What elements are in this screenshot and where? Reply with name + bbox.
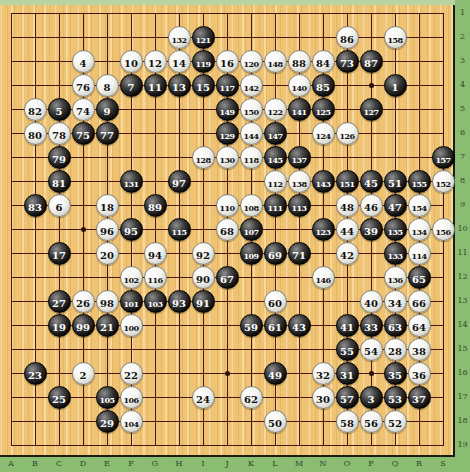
move-number: 64 [412, 322, 426, 333]
stone-54[interactable]: 54 [360, 338, 383, 361]
move-number: 16 [220, 58, 234, 69]
move-number: 149 [220, 107, 235, 117]
row-label-4: 4 [456, 80, 469, 90]
stone-135[interactable]: 135 [384, 218, 407, 241]
stone-111[interactable]: 111 [264, 194, 287, 217]
stone-85[interactable]: 85 [312, 74, 335, 97]
col-label-P: P [364, 459, 378, 468]
move-number: 11 [148, 82, 162, 93]
stone-17[interactable]: 17 [48, 242, 71, 265]
stone-103[interactable]: 103 [144, 290, 167, 313]
stone-13[interactable]: 13 [168, 74, 191, 97]
move-number: 128 [196, 155, 211, 165]
stone-78[interactable]: 78 [48, 122, 71, 145]
stone-16[interactable]: 16 [216, 50, 239, 73]
stone-95[interactable]: 95 [120, 218, 143, 241]
stone-80[interactable]: 80 [24, 122, 47, 145]
stone-123[interactable]: 123 [312, 218, 335, 241]
move-number: 51 [388, 178, 402, 189]
move-number: 101 [124, 299, 139, 309]
move-number: 138 [292, 179, 307, 189]
move-number: 156 [436, 227, 451, 237]
stone-109[interactable]: 109 [240, 242, 263, 265]
stone-3[interactable]: 3 [360, 386, 383, 409]
move-number: 45 [364, 178, 378, 189]
stone-20[interactable]: 20 [96, 242, 119, 265]
move-number: 111 [268, 203, 283, 213]
move-number: 19 [52, 322, 66, 333]
move-number: 85 [316, 82, 330, 93]
move-number: 80 [28, 130, 42, 141]
move-number: 15 [196, 82, 210, 93]
stone-34[interactable]: 34 [384, 290, 407, 313]
col-label-H: H [172, 459, 186, 468]
row-label-13: 13 [456, 296, 469, 306]
move-number: 143 [316, 179, 331, 189]
stone-106[interactable]: 106 [120, 386, 143, 409]
stone-39[interactable]: 39 [360, 218, 383, 241]
move-number: 132 [172, 35, 187, 45]
stone-69[interactable]: 69 [264, 242, 287, 265]
move-number: 97 [172, 178, 186, 189]
stone-58[interactable]: 58 [336, 410, 359, 433]
stone-50[interactable]: 50 [264, 410, 287, 433]
stone-124[interactable]: 124 [312, 122, 335, 145]
move-number: 151 [340, 179, 355, 189]
stone-14[interactable]: 14 [168, 50, 191, 73]
stone-97[interactable]: 97 [168, 170, 191, 193]
stone-149[interactable]: 149 [216, 98, 239, 121]
move-number: 123 [316, 227, 331, 237]
move-number: 6 [56, 202, 63, 213]
move-number: 100 [124, 323, 139, 333]
stone-117[interactable]: 117 [216, 74, 239, 97]
stone-132[interactable]: 132 [168, 26, 191, 49]
stone-89[interactable]: 89 [144, 194, 167, 217]
stone-122[interactable]: 122 [264, 98, 287, 121]
move-number: 39 [364, 226, 378, 237]
move-number: 46 [364, 202, 378, 213]
move-number: 41 [340, 322, 354, 333]
stone-26[interactable]: 26 [72, 290, 95, 313]
stone-64[interactable]: 64 [408, 314, 431, 337]
move-number: 114 [412, 251, 427, 261]
move-number: 155 [412, 179, 427, 189]
col-label-J: J [220, 459, 234, 468]
stone-98[interactable]: 98 [96, 290, 119, 313]
col-label-E: E [100, 459, 114, 468]
stone-27[interactable]: 27 [48, 290, 71, 313]
move-number: 71 [292, 250, 306, 261]
move-number: 57 [340, 394, 354, 405]
stone-31[interactable]: 31 [336, 362, 359, 385]
move-number: 4 [80, 58, 87, 69]
move-number: 109 [244, 251, 259, 261]
stone-55[interactable]: 55 [336, 338, 359, 361]
stone-142[interactable]: 142 [240, 74, 263, 97]
move-number: 40 [364, 298, 378, 309]
stone-38[interactable]: 38 [408, 338, 431, 361]
stone-138[interactable]: 138 [288, 170, 311, 193]
move-number: 58 [340, 418, 354, 429]
stone-60[interactable]: 60 [264, 290, 287, 313]
stone-99[interactable]: 99 [72, 314, 95, 337]
stone-8[interactable]: 8 [96, 74, 119, 97]
stone-92[interactable]: 92 [192, 242, 215, 265]
col-label-N: N [316, 459, 330, 468]
move-number: 83 [28, 202, 42, 213]
stone-21[interactable]: 21 [96, 314, 119, 337]
move-number: 117 [220, 83, 235, 93]
stone-4[interactable]: 4 [72, 50, 95, 73]
stone-29[interactable]: 29 [96, 410, 119, 433]
move-number: 113 [292, 203, 307, 213]
move-number: 38 [412, 346, 426, 357]
col-label-O: O [340, 459, 354, 468]
move-number: 27 [52, 298, 66, 309]
stone-24[interactable]: 24 [192, 386, 215, 409]
move-number: 17 [52, 250, 66, 261]
stone-144[interactable]: 144 [240, 122, 263, 145]
stone-48[interactable]: 48 [336, 194, 359, 217]
row-label-12: 12 [456, 272, 469, 282]
stone-77[interactable]: 77 [96, 122, 119, 145]
stone-148[interactable]: 148 [264, 50, 287, 73]
move-number: 120 [244, 59, 259, 69]
stone-157[interactable]: 157 [432, 146, 455, 169]
move-number: 1 [392, 82, 399, 93]
move-number: 60 [268, 298, 282, 309]
stone-114[interactable]: 114 [408, 242, 431, 265]
move-number: 104 [124, 419, 139, 429]
move-number: 154 [412, 203, 427, 213]
stone-87[interactable]: 87 [360, 50, 383, 73]
move-number: 145 [268, 155, 283, 165]
stone-62[interactable]: 62 [240, 386, 263, 409]
stone-128[interactable]: 128 [192, 146, 215, 169]
move-number: 126 [340, 131, 355, 141]
move-number: 76 [76, 82, 90, 93]
stone-90[interactable]: 90 [192, 266, 215, 289]
stone-101[interactable]: 101 [120, 290, 143, 313]
stone-22[interactable]: 22 [120, 362, 143, 385]
stone-156[interactable]: 156 [432, 218, 455, 241]
move-number: 50 [268, 418, 282, 429]
stone-5[interactable]: 5 [48, 98, 71, 121]
move-number: 144 [244, 131, 259, 141]
stone-28[interactable]: 28 [384, 338, 407, 361]
star-point [81, 227, 86, 232]
move-number: 86 [340, 34, 354, 45]
stone-47[interactable]: 47 [384, 194, 407, 217]
stone-44[interactable]: 44 [336, 218, 359, 241]
move-number: 59 [244, 322, 258, 333]
move-number: 14 [172, 58, 186, 69]
move-number: 55 [340, 346, 354, 357]
row-label-10: 10 [456, 224, 469, 234]
row-label-1: 1 [456, 8, 469, 18]
stone-147[interactable]: 147 [264, 122, 287, 145]
stone-59[interactable]: 59 [240, 314, 263, 337]
move-number: 79 [52, 154, 66, 165]
move-number: 21 [100, 322, 114, 333]
col-label-L: L [268, 459, 282, 468]
move-number: 93 [172, 298, 186, 309]
stone-110[interactable]: 110 [216, 194, 239, 217]
stone-107[interactable]: 107 [240, 218, 263, 241]
row-label-5: 5 [456, 104, 469, 114]
move-number: 89 [148, 202, 162, 213]
stone-45[interactable]: 45 [360, 170, 383, 193]
star-point [369, 371, 374, 376]
stone-10[interactable]: 10 [120, 50, 143, 73]
row-label-8: 8 [456, 176, 469, 186]
stone-73[interactable]: 73 [336, 50, 359, 73]
stone-134[interactable]: 134 [408, 218, 431, 241]
stone-119[interactable]: 119 [192, 50, 215, 73]
stone-113[interactable]: 113 [288, 194, 311, 217]
col-label-G: G [148, 459, 162, 468]
move-number: 53 [388, 394, 402, 405]
stone-96[interactable]: 96 [96, 218, 119, 241]
stone-158[interactable]: 158 [384, 26, 407, 49]
move-number: 8 [104, 82, 111, 93]
stone-127[interactable]: 127 [360, 98, 383, 121]
move-number: 10 [124, 58, 138, 69]
col-label-S: S [436, 459, 450, 468]
stone-131[interactable]: 131 [120, 170, 143, 193]
row-label-11: 11 [456, 248, 469, 258]
stone-125[interactable]: 125 [312, 98, 335, 121]
stone-140[interactable]: 140 [288, 74, 311, 97]
stone-35[interactable]: 35 [384, 362, 407, 385]
stone-71[interactable]: 71 [288, 242, 311, 265]
move-number: 48 [340, 202, 354, 213]
move-number: 25 [52, 394, 66, 405]
move-number: 75 [76, 130, 90, 141]
stone-11[interactable]: 11 [144, 74, 167, 97]
stone-56[interactable]: 56 [360, 410, 383, 433]
row-label-19: 19 [456, 440, 469, 450]
move-number: 129 [220, 131, 235, 141]
stone-30[interactable]: 30 [312, 386, 335, 409]
stone-121[interactable]: 121 [192, 26, 215, 49]
move-number: 96 [100, 226, 114, 237]
move-number: 13 [172, 82, 186, 93]
move-number: 146 [316, 275, 331, 285]
stone-154[interactable]: 154 [408, 194, 431, 217]
move-number: 107 [244, 227, 259, 237]
stone-2[interactable]: 2 [72, 362, 95, 385]
stone-25[interactable]: 25 [48, 386, 71, 409]
stone-115[interactable]: 115 [168, 218, 191, 241]
stone-49[interactable]: 49 [264, 362, 287, 385]
move-number: 35 [388, 370, 402, 381]
stone-81[interactable]: 81 [48, 170, 71, 193]
stone-68[interactable]: 68 [216, 218, 239, 241]
move-number: 112 [268, 179, 283, 189]
move-number: 44 [340, 226, 354, 237]
col-label-A: A [4, 459, 18, 468]
stone-88[interactable]: 88 [288, 50, 311, 73]
move-number: 158 [388, 35, 403, 45]
stone-57[interactable]: 57 [336, 386, 359, 409]
stone-150[interactable]: 150 [240, 98, 263, 121]
move-number: 2 [80, 370, 87, 381]
stone-65[interactable]: 65 [408, 266, 431, 289]
stone-129[interactable]: 129 [216, 122, 239, 145]
move-number: 73 [340, 58, 354, 69]
stone-118[interactable]: 118 [240, 146, 263, 169]
move-number: 61 [268, 322, 282, 333]
stone-152[interactable]: 152 [432, 170, 455, 193]
move-number: 47 [388, 202, 402, 213]
stone-75[interactable]: 75 [72, 122, 95, 145]
move-number: 23 [28, 370, 42, 381]
move-number: 90 [196, 274, 210, 285]
stone-23[interactable]: 23 [24, 362, 47, 385]
move-number: 52 [388, 418, 402, 429]
stone-108[interactable]: 108 [240, 194, 263, 217]
move-number: 136 [388, 275, 403, 285]
row-label-17: 17 [456, 392, 469, 402]
stone-91[interactable]: 91 [192, 290, 215, 313]
stone-61[interactable]: 61 [264, 314, 287, 337]
stone-100[interactable]: 100 [120, 314, 143, 337]
stone-66[interactable]: 66 [408, 290, 431, 313]
stone-32[interactable]: 32 [312, 362, 335, 385]
stone-33[interactable]: 33 [360, 314, 383, 337]
row-label-18: 18 [456, 416, 469, 426]
stone-46[interactable]: 46 [360, 194, 383, 217]
stone-7[interactable]: 7 [120, 74, 143, 97]
move-number: 116 [148, 275, 163, 285]
stone-93[interactable]: 93 [168, 290, 191, 313]
row-label-6: 6 [456, 128, 469, 138]
stone-1[interactable]: 1 [384, 74, 407, 97]
move-number: 87 [364, 58, 378, 69]
stone-137[interactable]: 137 [288, 146, 311, 169]
move-number: 37 [412, 394, 426, 405]
stone-12[interactable]: 12 [144, 50, 167, 73]
stone-83[interactable]: 83 [24, 194, 47, 217]
move-number: 20 [100, 250, 114, 261]
star-point [369, 83, 374, 88]
stone-19[interactable]: 19 [48, 314, 71, 337]
stone-36[interactable]: 36 [408, 362, 431, 385]
col-label-D: D [76, 459, 90, 468]
move-number: 29 [100, 418, 114, 429]
stone-141[interactable]: 141 [288, 98, 311, 121]
stone-133[interactable]: 133 [384, 242, 407, 265]
stone-41[interactable]: 41 [336, 314, 359, 337]
move-number: 137 [292, 155, 307, 165]
stone-53[interactable]: 53 [384, 386, 407, 409]
stone-136[interactable]: 136 [384, 266, 407, 289]
move-number: 115 [172, 227, 187, 237]
col-label-M: M [292, 459, 306, 468]
stone-42[interactable]: 42 [336, 242, 359, 265]
stone-52[interactable]: 52 [384, 410, 407, 433]
stone-145[interactable]: 145 [264, 146, 287, 169]
stone-155[interactable]: 155 [408, 170, 431, 193]
stone-112[interactable]: 112 [264, 170, 287, 193]
stone-84[interactable]: 84 [312, 50, 335, 73]
move-number: 94 [148, 250, 162, 261]
stone-130[interactable]: 130 [216, 146, 239, 169]
stone-143[interactable]: 143 [312, 170, 335, 193]
stone-79[interactable]: 79 [48, 146, 71, 169]
move-number: 22 [124, 370, 138, 381]
move-number: 121 [196, 35, 211, 45]
stone-6[interactable]: 6 [48, 194, 71, 217]
stone-74[interactable]: 74 [72, 98, 95, 121]
row-label-14: 14 [456, 320, 469, 330]
move-number: 33 [364, 322, 378, 333]
move-number: 32 [316, 370, 330, 381]
col-label-F: F [124, 459, 138, 468]
col-label-C: C [52, 459, 66, 468]
stone-151[interactable]: 151 [336, 170, 359, 193]
move-number: 74 [76, 106, 90, 117]
move-number: 36 [412, 370, 426, 381]
stone-51[interactable]: 51 [384, 170, 407, 193]
stone-86[interactable]: 86 [336, 26, 359, 49]
stone-94[interactable]: 94 [144, 242, 167, 265]
move-number: 108 [244, 203, 259, 213]
row-label-16: 16 [456, 368, 469, 378]
move-number: 65 [412, 274, 426, 285]
stone-40[interactable]: 40 [360, 290, 383, 313]
move-number: 67 [220, 274, 234, 285]
move-number: 30 [316, 394, 330, 405]
col-label-R: R [412, 459, 426, 468]
stone-126[interactable]: 126 [336, 122, 359, 145]
stone-67[interactable]: 67 [216, 266, 239, 289]
stone-104[interactable]: 104 [120, 410, 143, 433]
move-number: 78 [52, 130, 66, 141]
move-number: 152 [436, 179, 451, 189]
stone-9[interactable]: 9 [96, 98, 119, 121]
move-number: 66 [412, 298, 426, 309]
stone-105[interactable]: 105 [96, 386, 119, 409]
move-number: 99 [76, 322, 90, 333]
move-number: 49 [268, 370, 282, 381]
move-number: 105 [100, 395, 115, 405]
stone-37[interactable]: 37 [408, 386, 431, 409]
stone-63[interactable]: 63 [384, 314, 407, 337]
stone-15[interactable]: 15 [192, 74, 215, 97]
move-number: 148 [268, 59, 283, 69]
move-number: 3 [368, 394, 375, 405]
stone-18[interactable]: 18 [96, 194, 119, 217]
stone-146[interactable]: 146 [312, 266, 335, 289]
stone-76[interactable]: 76 [72, 74, 95, 97]
move-number: 110 [220, 203, 235, 213]
stone-82[interactable]: 82 [24, 98, 47, 121]
move-number: 133 [388, 251, 403, 261]
col-label-I: I [196, 459, 210, 468]
stone-116[interactable]: 116 [144, 266, 167, 289]
move-number: 95 [124, 226, 138, 237]
move-number: 18 [100, 202, 114, 213]
stone-102[interactable]: 102 [120, 266, 143, 289]
move-number: 140 [292, 83, 307, 93]
move-number: 28 [388, 346, 402, 357]
stone-120[interactable]: 120 [240, 50, 263, 73]
move-number: 82 [28, 106, 42, 117]
stone-43[interactable]: 43 [288, 314, 311, 337]
